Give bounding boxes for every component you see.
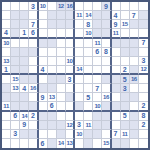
cell-r0c6[interactable]: 12 [57, 2, 66, 11]
cell-r9c14[interactable] [130, 84, 139, 93]
cell-r14c10[interactable] [93, 130, 102, 139]
cell-r11c8[interactable] [75, 102, 84, 111]
cell-r11c2[interactable] [20, 102, 29, 111]
cell-r7c8[interactable]: 14 [75, 66, 84, 75]
cell-r7c12[interactable] [112, 66, 121, 75]
cell-r8c1[interactable]: 15 [11, 75, 20, 84]
cell-r11c5[interactable]: 6 [48, 102, 57, 111]
cell-r1c7[interactable] [66, 11, 75, 20]
cell-r10c4[interactable]: 9 [39, 93, 48, 102]
cell-r12c8[interactable] [75, 112, 84, 121]
cell-r1c11[interactable] [102, 11, 111, 20]
cell-r5c6[interactable] [57, 48, 66, 57]
cell-r7c9[interactable] [84, 66, 93, 75]
cell-r11c4[interactable] [39, 102, 48, 111]
cell-r4c11[interactable] [102, 39, 111, 48]
cell-r0c9[interactable] [84, 2, 93, 11]
cell-r5c10[interactable]: 6 [93, 48, 102, 57]
cell-r2c14[interactable] [130, 20, 139, 29]
cell-r7c7[interactable] [66, 66, 75, 75]
cell-r2c8[interactable] [75, 20, 84, 29]
cell-r0c12[interactable] [112, 2, 121, 11]
cell-r9c1[interactable]: 13 [11, 84, 20, 93]
sudoku-board-wrap: 3101216911144778915416101110117681310314… [0, 0, 150, 150]
cell-r2c12[interactable]: 9 [112, 20, 121, 29]
cell-r14c13[interactable]: 11 [121, 130, 130, 139]
cell-r8c8[interactable] [75, 75, 84, 84]
cell-r6c11[interactable] [102, 57, 111, 66]
cell-r4c4[interactable] [39, 39, 48, 48]
cell-r3c3[interactable]: 6 [29, 29, 38, 38]
cell-r15c1[interactable] [11, 139, 20, 148]
cell-r6c15[interactable]: 3 [139, 57, 148, 66]
cell-r1c15[interactable] [139, 11, 148, 20]
cell-r6c8[interactable] [75, 57, 84, 66]
cell-r9c15[interactable] [139, 84, 148, 93]
cell-r11c13[interactable] [121, 102, 130, 111]
cell-r0c11[interactable]: 9 [102, 2, 111, 11]
cell-r4c5[interactable] [48, 39, 57, 48]
cell-r0c7[interactable]: 16 [66, 2, 75, 11]
cell-r5c8[interactable] [75, 48, 84, 57]
cell-r0c0[interactable] [2, 2, 11, 11]
cell-r3c10[interactable] [93, 29, 102, 38]
cell-r12c10[interactable] [93, 112, 102, 121]
cell-r8c7[interactable]: 3 [66, 75, 75, 84]
cell-r1c9[interactable]: 14 [84, 11, 93, 20]
cell-r2c10[interactable] [93, 20, 102, 29]
cell-r2c7[interactable] [66, 20, 75, 29]
cell-r3c14[interactable] [130, 29, 139, 38]
cell-r6c13[interactable] [121, 57, 130, 66]
cell-r10c14[interactable] [130, 93, 139, 102]
cell-r5c7[interactable] [66, 48, 75, 57]
cell-r9c5[interactable] [48, 84, 57, 93]
cell-r7c0[interactable]: 1 [2, 66, 11, 75]
cell-r12c7[interactable] [66, 112, 75, 121]
cell-r7c4[interactable]: 4 [39, 66, 48, 75]
cell-r14c4[interactable] [39, 130, 48, 139]
cell-r13c3[interactable] [29, 121, 38, 130]
cell-r0c14[interactable] [130, 2, 139, 11]
cell-r8c12[interactable] [112, 75, 121, 84]
cell-r12c3[interactable]: 2 [29, 112, 38, 121]
cell-r6c10[interactable] [93, 57, 102, 66]
cell-r1c10[interactable] [93, 11, 102, 20]
cell-r6c9[interactable] [84, 57, 93, 66]
cell-r13c9[interactable]: 11 [84, 121, 93, 130]
cell-r0c13[interactable] [121, 2, 130, 11]
cell-r14c1[interactable]: 3 [11, 130, 20, 139]
cell-r9c4[interactable] [39, 84, 48, 93]
cell-r5c11[interactable]: 8 [102, 48, 111, 57]
cell-r2c5[interactable] [48, 20, 57, 29]
cell-r9c9[interactable] [84, 84, 93, 93]
cell-r9c7[interactable] [66, 84, 75, 93]
cell-r11c1[interactable] [11, 102, 20, 111]
sudoku-board: 3101216911144778915416101110117681310314… [0, 0, 150, 150]
cell-r15c15[interactable] [139, 139, 148, 148]
cell-r13c5[interactable] [48, 121, 57, 130]
cell-r3c12[interactable]: 11 [112, 29, 121, 38]
cell-r14c15[interactable] [139, 130, 148, 139]
cell-r8c3[interactable] [29, 75, 38, 84]
cell-r12c15[interactable]: 8 [139, 112, 148, 121]
cell-r7c6[interactable] [57, 66, 66, 75]
cell-r12c14[interactable] [130, 112, 139, 121]
cell-r15c7[interactable]: 13 [66, 139, 75, 148]
cell-r15c12[interactable] [112, 139, 121, 148]
cell-r4c3[interactable] [29, 39, 38, 48]
cell-r10c2[interactable] [20, 93, 29, 102]
cell-r12c1[interactable]: 6 [11, 112, 20, 121]
cell-r3c15[interactable] [139, 29, 148, 38]
cell-r5c2[interactable] [20, 48, 29, 57]
cell-r3c4[interactable] [39, 29, 48, 38]
cell-r13c15[interactable]: 2 [139, 121, 148, 130]
cell-r13c14[interactable] [130, 121, 139, 130]
cell-r13c0[interactable] [2, 121, 11, 130]
cell-r10c15[interactable] [139, 93, 148, 102]
cell-r14c6[interactable] [57, 130, 66, 139]
cell-r9c6[interactable] [57, 84, 66, 93]
cell-r15c3[interactable] [29, 139, 38, 148]
cell-r1c3[interactable] [29, 11, 38, 20]
cell-r0c10[interactable] [93, 2, 102, 11]
cell-r15c11[interactable]: 15 [102, 139, 111, 148]
cell-r10c1[interactable] [11, 93, 20, 102]
cell-r4c7[interactable] [66, 39, 75, 48]
cell-r5c9[interactable] [84, 48, 93, 57]
cell-r0c5[interactable] [48, 2, 57, 11]
cell-r11c14[interactable] [130, 102, 139, 111]
cell-r12c13[interactable]: 5 [121, 112, 130, 121]
cell-r4c6[interactable] [57, 39, 66, 48]
cell-r2c6[interactable] [57, 20, 66, 29]
cell-r7c11[interactable] [102, 66, 111, 75]
cell-r1c0[interactable] [2, 11, 11, 20]
cell-r13c8[interactable]: 3 [75, 121, 84, 130]
cell-r14c9[interactable] [84, 130, 93, 139]
cell-r8c15[interactable] [139, 75, 148, 84]
cell-r14c2[interactable] [20, 130, 29, 139]
cell-r15c9[interactable] [84, 139, 93, 148]
cell-r5c4[interactable] [39, 48, 48, 57]
cell-r13c11[interactable] [102, 121, 111, 130]
cell-r13c2[interactable]: 9 [20, 121, 29, 130]
cell-r5c12[interactable] [112, 48, 121, 57]
cell-r5c1[interactable] [11, 48, 20, 57]
cell-r13c6[interactable] [57, 121, 66, 130]
cell-r11c11[interactable] [102, 102, 111, 111]
cell-r5c0[interactable] [2, 48, 11, 57]
cell-r7c13[interactable]: 2 [121, 66, 130, 75]
cell-r6c12[interactable] [112, 57, 121, 66]
cell-r2c13[interactable]: 15 [121, 20, 130, 29]
cell-r1c14[interactable]: 7 [130, 11, 139, 20]
cell-r15c10[interactable] [93, 139, 102, 148]
cell-r15c8[interactable] [75, 139, 84, 148]
cell-r11c9[interactable] [84, 102, 93, 111]
cell-r5c5[interactable] [48, 48, 57, 57]
cell-r4c12[interactable] [112, 39, 121, 48]
cell-r14c7[interactable] [66, 130, 75, 139]
cell-r12c12[interactable] [112, 112, 121, 121]
cell-r7c1[interactable] [11, 66, 20, 75]
cell-r3c9[interactable]: 10 [84, 29, 93, 38]
cell-r9c10[interactable]: 7 [93, 84, 102, 93]
cell-r6c1[interactable] [11, 57, 20, 66]
cell-r4c10[interactable]: 11 [93, 39, 102, 48]
cell-r5c14[interactable] [130, 48, 139, 57]
cell-r15c6[interactable]: 14 [57, 139, 66, 148]
cell-r0c2[interactable] [20, 2, 29, 11]
cell-r12c2[interactable]: 14 [20, 112, 29, 121]
cell-r1c1[interactable] [11, 11, 20, 20]
cell-r15c5[interactable] [48, 139, 57, 148]
cell-r0c4[interactable]: 10 [39, 2, 48, 11]
cell-r2c4[interactable] [39, 20, 48, 29]
cell-r14c14[interactable] [130, 130, 139, 139]
cell-r9c13[interactable]: 3 [121, 84, 130, 93]
cell-r0c15[interactable] [139, 2, 148, 11]
cell-r8c5[interactable] [48, 75, 57, 84]
cell-r4c9[interactable] [84, 39, 93, 48]
cell-r5c13[interactable] [121, 48, 130, 57]
cell-r14c11[interactable] [102, 130, 111, 139]
cell-r6c14[interactable] [130, 57, 139, 66]
cell-r1c4[interactable] [39, 11, 48, 20]
cell-r7c3[interactable] [29, 66, 38, 75]
cell-r3c8[interactable] [75, 29, 84, 38]
cell-r15c0[interactable] [2, 139, 11, 148]
cell-r12c9[interactable] [84, 112, 93, 121]
cell-r7c14[interactable] [130, 66, 139, 75]
cell-r13c4[interactable] [39, 121, 48, 130]
cell-r3c6[interactable] [57, 29, 66, 38]
cell-r6c0[interactable]: 13 [2, 57, 11, 66]
cell-r4c2[interactable] [20, 39, 29, 48]
cell-r0c3[interactable]: 3 [29, 2, 38, 11]
cell-r2c11[interactable] [102, 20, 111, 29]
cell-r6c2[interactable] [20, 57, 29, 66]
cell-r6c5[interactable] [48, 57, 57, 66]
cell-r1c8[interactable]: 11 [75, 11, 84, 20]
cell-r8c4[interactable] [39, 75, 48, 84]
cell-r5c15[interactable] [139, 48, 148, 57]
cell-r8c9[interactable] [84, 75, 93, 84]
cell-r3c11[interactable] [102, 29, 111, 38]
cell-r1c5[interactable] [48, 11, 57, 20]
cell-r14c8[interactable]: 10 [75, 130, 84, 139]
cell-r4c14[interactable] [130, 39, 139, 48]
cell-r11c7[interactable] [66, 102, 75, 111]
cell-r11c10[interactable]: 10 [93, 102, 102, 111]
cell-r7c2[interactable] [20, 66, 29, 75]
cell-r10c13[interactable] [121, 93, 130, 102]
cell-r4c0[interactable]: 10 [2, 39, 11, 48]
cell-r2c15[interactable] [139, 20, 148, 29]
cell-r0c1[interactable] [11, 2, 20, 11]
cell-r3c2[interactable]: 1 [20, 29, 29, 38]
cell-r10c7[interactable] [66, 93, 75, 102]
cell-r10c10[interactable] [93, 93, 102, 102]
cell-r1c12[interactable]: 4 [112, 11, 121, 20]
cell-r14c12[interactable]: 7 [112, 130, 121, 139]
cell-r12c11[interactable] [102, 112, 111, 121]
cell-r4c15[interactable]: 7 [139, 39, 148, 48]
cell-r12c0[interactable] [2, 112, 11, 121]
cell-r2c9[interactable]: 8 [84, 20, 93, 29]
cell-r9c12[interactable] [112, 84, 121, 93]
cell-r15c13[interactable] [121, 139, 130, 148]
cell-r10c3[interactable] [29, 93, 38, 102]
cell-r6c3[interactable] [29, 57, 38, 66]
cell-r14c0[interactable] [2, 130, 11, 139]
cell-r13c1[interactable] [11, 121, 20, 130]
cell-r15c2[interactable] [20, 139, 29, 148]
cell-r10c12[interactable] [112, 93, 121, 102]
cell-r1c13[interactable] [121, 11, 130, 20]
cell-r7c5[interactable] [48, 66, 57, 75]
cell-r6c6[interactable] [57, 57, 66, 66]
cell-r3c1[interactable] [11, 29, 20, 38]
cell-r11c6[interactable] [57, 102, 66, 111]
cell-r14c3[interactable] [29, 130, 38, 139]
cell-r3c0[interactable]: 4 [2, 29, 11, 38]
cell-r9c2[interactable]: 4 [20, 84, 29, 93]
cell-r4c1[interactable] [11, 39, 20, 48]
cell-r10c6[interactable] [57, 93, 66, 102]
cell-r2c3[interactable]: 7 [29, 20, 38, 29]
cell-r6c7[interactable]: 10 [66, 57, 75, 66]
cell-r1c6[interactable] [57, 11, 66, 20]
cell-r15c4[interactable]: 6 [39, 139, 48, 148]
cell-r9c11[interactable] [102, 84, 111, 93]
cell-r4c8[interactable] [75, 39, 84, 48]
cell-r13c10[interactable] [93, 121, 102, 130]
cell-r9c3[interactable]: 16 [29, 84, 38, 93]
cell-r3c7[interactable] [66, 29, 75, 38]
cell-r4c13[interactable] [121, 39, 130, 48]
cell-r9c0[interactable] [2, 84, 11, 93]
cell-r14c5[interactable] [48, 130, 57, 139]
cell-r10c9[interactable]: 5 [84, 93, 93, 102]
cell-r6c4[interactable] [39, 57, 48, 66]
cell-r3c13[interactable] [121, 29, 130, 38]
cell-r8c2[interactable] [20, 75, 29, 84]
cell-r7c10[interactable] [93, 66, 102, 75]
cell-r10c11[interactable]: 16 [102, 93, 111, 102]
cell-r11c15[interactable]: 2 [139, 102, 148, 111]
cell-r13c12[interactable] [112, 121, 121, 130]
cell-r8c10[interactable] [93, 75, 102, 84]
cell-r2c1[interactable] [11, 20, 20, 29]
cell-r8c13[interactable]: 5 [121, 75, 130, 84]
cell-r2c0[interactable] [2, 20, 11, 29]
cell-r11c12[interactable] [112, 102, 121, 111]
cell-r12c5[interactable] [48, 112, 57, 121]
cell-r1c2[interactable] [20, 11, 29, 20]
cell-r9c8[interactable] [75, 84, 84, 93]
cell-r8c11[interactable] [102, 75, 111, 84]
cell-r12c6[interactable] [57, 112, 66, 121]
cell-r8c0[interactable] [2, 75, 11, 84]
cell-r8c14[interactable]: 16 [130, 75, 139, 84]
cell-r13c7[interactable]: 12 [66, 121, 75, 130]
cell-r10c5[interactable]: 13 [48, 93, 57, 102]
cell-r8c6[interactable] [57, 75, 66, 84]
cell-r10c8[interactable] [75, 93, 84, 102]
cell-r3c5[interactable] [48, 29, 57, 38]
cell-r10c0[interactable] [2, 93, 11, 102]
cell-r15c14[interactable] [130, 139, 139, 148]
cell-r11c3[interactable] [29, 102, 38, 111]
cell-r7c15[interactable]: 12 [139, 66, 148, 75]
cell-r2c2[interactable] [20, 20, 29, 29]
cell-r12c4[interactable] [39, 112, 48, 121]
cell-r5c3[interactable] [29, 48, 38, 57]
cell-r13c13[interactable] [121, 121, 130, 130]
cell-r0c8[interactable] [75, 2, 84, 11]
cell-r11c0[interactable]: 11 [2, 102, 11, 111]
